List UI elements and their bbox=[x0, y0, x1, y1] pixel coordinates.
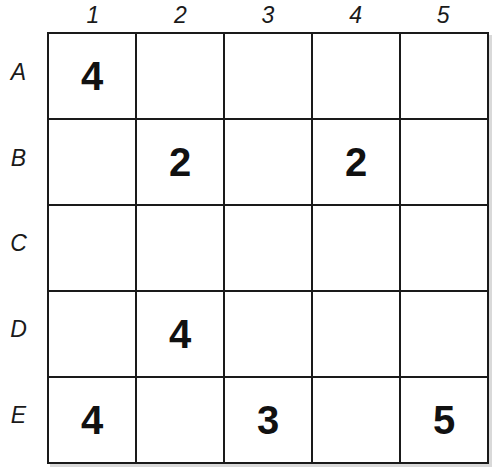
cell-C1[interactable] bbox=[49, 206, 135, 290]
cell-C3[interactable] bbox=[225, 206, 311, 290]
column-label-1: 1 bbox=[49, 1, 137, 32]
cell-B2[interactable]: 2 bbox=[137, 120, 223, 204]
cell-A1[interactable]: 4 bbox=[49, 34, 135, 118]
cell-A4[interactable] bbox=[313, 34, 399, 118]
cell-A5[interactable] bbox=[401, 34, 487, 118]
cell-D4[interactable] bbox=[313, 292, 399, 376]
cell-C5[interactable] bbox=[401, 206, 487, 290]
cell-E4[interactable] bbox=[313, 378, 399, 462]
cell-D3[interactable] bbox=[225, 292, 311, 376]
cell-A3[interactable] bbox=[225, 34, 311, 118]
row-label-D: D bbox=[0, 283, 47, 377]
cell-D5[interactable] bbox=[401, 292, 487, 376]
column-label-4: 4 bbox=[312, 1, 400, 32]
cell-E5[interactable]: 5 bbox=[401, 378, 487, 462]
row-label-E: E bbox=[0, 368, 47, 462]
column-label-2: 2 bbox=[137, 1, 225, 32]
column-label-3: 3 bbox=[224, 1, 312, 32]
cell-A2[interactable] bbox=[137, 34, 223, 118]
cell-B1[interactable] bbox=[49, 120, 135, 204]
row-labels: ABCDE bbox=[0, 32, 47, 464]
cell-C2[interactable] bbox=[137, 206, 223, 290]
puzzle-board-container: 12345 ABCDE 4224435 bbox=[0, 1, 500, 464]
cell-D1[interactable] bbox=[49, 292, 135, 376]
cell-B5[interactable] bbox=[401, 120, 487, 204]
cell-E3[interactable]: 3 bbox=[225, 378, 311, 462]
row-label-C: C bbox=[0, 197, 47, 291]
row-label-B: B bbox=[0, 112, 47, 206]
cell-E1[interactable]: 4 bbox=[49, 378, 135, 462]
cell-E2[interactable] bbox=[137, 378, 223, 462]
row-label-A: A bbox=[0, 26, 47, 120]
column-labels: 12345 bbox=[47, 1, 489, 32]
column-label-5: 5 bbox=[399, 1, 487, 32]
cell-C4[interactable] bbox=[313, 206, 399, 290]
puzzle-grid: 4224435 bbox=[47, 32, 489, 464]
cell-B3[interactable] bbox=[225, 120, 311, 204]
cell-D2[interactable]: 4 bbox=[137, 292, 223, 376]
cell-B4[interactable]: 2 bbox=[313, 120, 399, 204]
